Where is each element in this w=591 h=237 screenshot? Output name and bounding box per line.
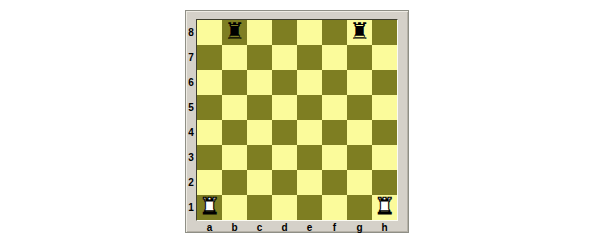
square-d5[interactable]: [272, 95, 297, 120]
square-h2[interactable]: [372, 170, 397, 195]
square-a2[interactable]: [197, 170, 222, 195]
white-rook: ♜: [199, 195, 220, 218]
chess-board: ♜♜♜♜: [196, 19, 398, 221]
rank-label-4: 4: [186, 120, 196, 145]
square-e1[interactable]: [297, 195, 322, 220]
square-e5[interactable]: [297, 95, 322, 120]
square-g2[interactable]: [347, 170, 372, 195]
file-label-h: h: [372, 221, 397, 233]
square-c4[interactable]: [247, 120, 272, 145]
square-d4[interactable]: [272, 120, 297, 145]
square-g8[interactable]: ♜: [347, 20, 372, 45]
square-b5[interactable]: [222, 95, 247, 120]
square-a7[interactable]: [197, 45, 222, 70]
rank-label-1: 1: [186, 195, 196, 220]
square-d2[interactable]: [272, 170, 297, 195]
file-label-c: c: [247, 221, 272, 233]
square-f1[interactable]: [322, 195, 347, 220]
square-a6[interactable]: [197, 70, 222, 95]
square-d3[interactable]: [272, 145, 297, 170]
rank-label-6: 6: [186, 70, 196, 95]
square-d1[interactable]: [272, 195, 297, 220]
file-label-g: g: [347, 221, 372, 233]
square-g1[interactable]: [347, 195, 372, 220]
square-a4[interactable]: [197, 120, 222, 145]
square-b3[interactable]: [222, 145, 247, 170]
square-h3[interactable]: [372, 145, 397, 170]
file-label-f: f: [322, 221, 347, 233]
rank-label-7: 7: [186, 45, 196, 70]
square-g7[interactable]: [347, 45, 372, 70]
file-label-a: a: [197, 221, 222, 233]
square-d8[interactable]: [272, 20, 297, 45]
board-frame: 87654321 ♜♜♜♜ abcdefgh: [185, 10, 409, 233]
square-c1[interactable]: [247, 195, 272, 220]
square-c8[interactable]: [247, 20, 272, 45]
square-b1[interactable]: [222, 195, 247, 220]
square-g3[interactable]: [347, 145, 372, 170]
rank-label-2: 2: [186, 170, 196, 195]
square-c6[interactable]: [247, 70, 272, 95]
rank-labels: 87654321: [186, 20, 196, 220]
square-e4[interactable]: [297, 120, 322, 145]
square-e3[interactable]: [297, 145, 322, 170]
file-label-e: e: [297, 221, 322, 233]
rank-label-3: 3: [186, 145, 196, 170]
square-c3[interactable]: [247, 145, 272, 170]
square-e6[interactable]: [297, 70, 322, 95]
square-d6[interactable]: [272, 70, 297, 95]
square-b2[interactable]: [222, 170, 247, 195]
square-h6[interactable]: [372, 70, 397, 95]
square-b6[interactable]: [222, 70, 247, 95]
square-e2[interactable]: [297, 170, 322, 195]
square-a1[interactable]: ♜: [197, 195, 222, 220]
square-f2[interactable]: [322, 170, 347, 195]
square-f6[interactable]: [322, 70, 347, 95]
square-h4[interactable]: [372, 120, 397, 145]
square-h5[interactable]: [372, 95, 397, 120]
square-g5[interactable]: [347, 95, 372, 120]
square-g6[interactable]: [347, 70, 372, 95]
square-b7[interactable]: [222, 45, 247, 70]
square-h1[interactable]: ♜: [372, 195, 397, 220]
square-b8[interactable]: ♜: [222, 20, 247, 45]
square-h7[interactable]: [372, 45, 397, 70]
square-e8[interactable]: [297, 20, 322, 45]
rank-label-5: 5: [186, 95, 196, 120]
square-d7[interactable]: [272, 45, 297, 70]
rank-label-8: 8: [186, 20, 196, 45]
square-a8[interactable]: [197, 20, 222, 45]
square-f3[interactable]: [322, 145, 347, 170]
black-rook: ♜: [349, 20, 370, 43]
square-c5[interactable]: [247, 95, 272, 120]
square-g4[interactable]: [347, 120, 372, 145]
square-b4[interactable]: [222, 120, 247, 145]
white-rook: ♜: [374, 195, 395, 218]
square-f5[interactable]: [322, 95, 347, 120]
square-e7[interactable]: [297, 45, 322, 70]
black-rook: ♜: [224, 20, 245, 43]
file-label-b: b: [222, 221, 247, 233]
file-labels: abcdefgh: [197, 221, 397, 233]
file-label-d: d: [272, 221, 297, 233]
square-f8[interactable]: [322, 20, 347, 45]
square-a5[interactable]: [197, 95, 222, 120]
square-h8[interactable]: [372, 20, 397, 45]
square-c7[interactable]: [247, 45, 272, 70]
square-f7[interactable]: [322, 45, 347, 70]
square-c2[interactable]: [247, 170, 272, 195]
square-a3[interactable]: [197, 145, 222, 170]
square-f4[interactable]: [322, 120, 347, 145]
